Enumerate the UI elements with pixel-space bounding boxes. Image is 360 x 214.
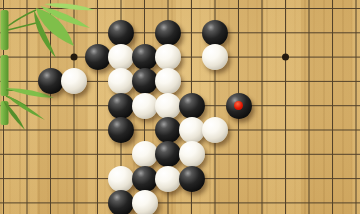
black-stone[interactable] (132, 44, 158, 70)
white-stone[interactable] (202, 117, 228, 143)
black-stone[interactable] (108, 190, 134, 214)
black-stone[interactable] (85, 44, 111, 70)
white-stone[interactable] (155, 166, 181, 192)
bamboo-leaves (3, 3, 95, 130)
white-stone[interactable] (132, 141, 158, 167)
black-stone[interactable] (108, 20, 134, 46)
white-stone[interactable] (132, 190, 158, 214)
black-stone[interactable] (179, 166, 205, 192)
black-stone[interactable] (38, 68, 64, 94)
black-stone[interactable] (179, 93, 205, 119)
black-stone[interactable] (132, 68, 158, 94)
black-stone[interactable] (132, 166, 158, 192)
last-move-marker (234, 101, 243, 110)
white-stone[interactable] (108, 44, 134, 70)
go-board[interactable] (0, 0, 360, 214)
black-stone[interactable] (155, 20, 181, 46)
marked-black-stone[interactable] (226, 93, 252, 119)
bamboo-decoration (0, 0, 110, 214)
white-stone[interactable] (179, 141, 205, 167)
white-stone[interactable] (179, 117, 205, 143)
black-stone[interactable] (108, 93, 134, 119)
black-stone[interactable] (202, 20, 228, 46)
white-stone[interactable] (155, 44, 181, 70)
black-stone[interactable] (155, 117, 181, 143)
white-stone[interactable] (108, 166, 134, 192)
white-stone[interactable] (155, 93, 181, 119)
black-stone[interactable] (108, 117, 134, 143)
white-stone[interactable] (202, 44, 228, 70)
white-stone[interactable] (132, 93, 158, 119)
star-point (282, 54, 289, 61)
